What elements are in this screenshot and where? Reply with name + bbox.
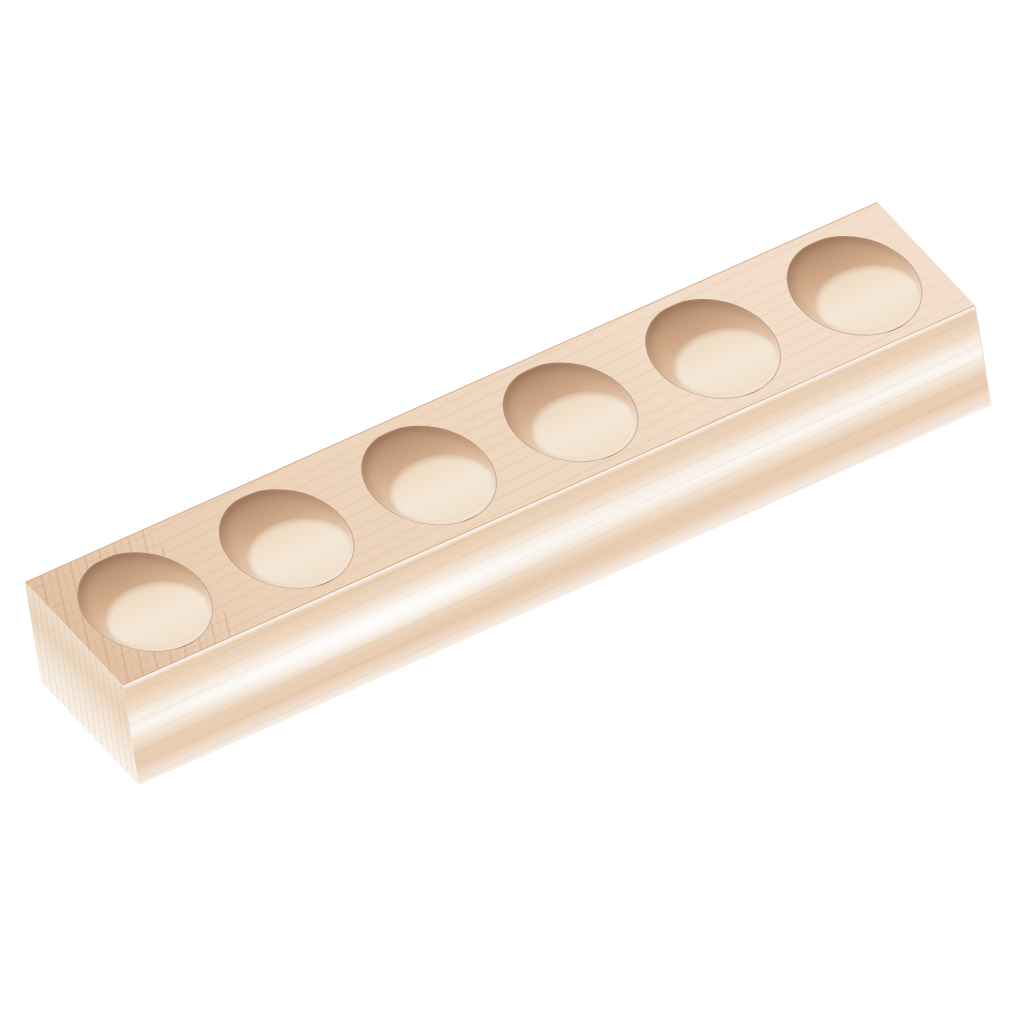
pit-floor: [512, 378, 653, 472]
pit-floor: [796, 252, 937, 346]
pit-floor: [228, 505, 369, 599]
pit-floor: [86, 568, 227, 662]
product-photo-scene: [0, 0, 1024, 1024]
pit-floor: [370, 442, 511, 536]
pit-floor: [654, 315, 795, 409]
